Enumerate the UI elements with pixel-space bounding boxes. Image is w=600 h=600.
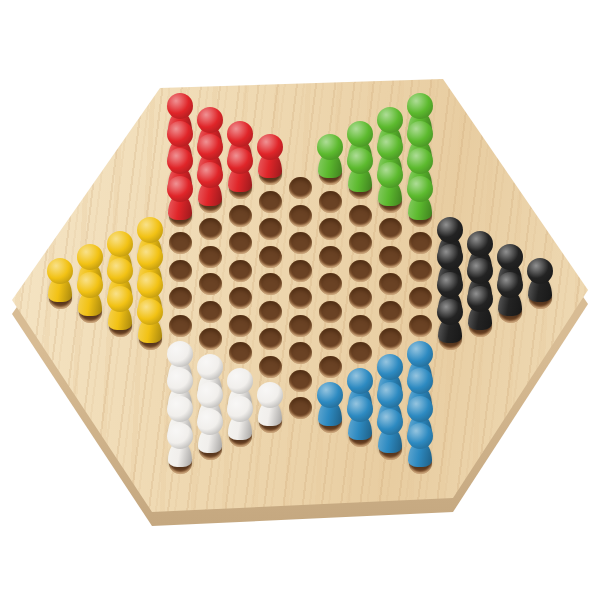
peg-white[interactable] (166, 423, 194, 467)
peg-head (467, 258, 493, 284)
peg-black[interactable] (466, 286, 494, 330)
peg-head (377, 162, 403, 188)
peg-head (197, 382, 223, 408)
hole[interactable] (349, 205, 372, 227)
peg-white[interactable] (196, 409, 224, 453)
peg-blue[interactable] (406, 423, 434, 467)
peg-head (467, 231, 493, 257)
peg-head (377, 354, 403, 380)
hole[interactable] (229, 205, 252, 227)
peg-head (437, 244, 463, 270)
peg-head (107, 258, 133, 284)
peg-head (377, 382, 403, 408)
peg-head (107, 231, 133, 257)
hole[interactable] (289, 232, 312, 254)
hole[interactable] (199, 246, 222, 268)
photo-canvas (0, 0, 600, 600)
peg-head (407, 368, 433, 394)
hole[interactable] (349, 260, 372, 282)
peg-head (47, 258, 73, 284)
hole[interactable] (289, 397, 312, 419)
peg-head (437, 299, 463, 325)
peg-head (407, 341, 433, 367)
peg-black[interactable] (526, 258, 554, 302)
peg-head (197, 134, 223, 160)
peg-head (137, 244, 163, 270)
peg-yellow[interactable] (136, 299, 164, 343)
peg-head (167, 396, 193, 422)
peg-head (257, 382, 283, 408)
peg-yellow[interactable] (76, 272, 104, 316)
hole[interactable] (319, 246, 342, 268)
peg-head (497, 272, 523, 298)
hole[interactable] (169, 232, 192, 254)
peg-head (77, 244, 103, 270)
hole[interactable] (259, 356, 282, 378)
hole[interactable] (229, 315, 252, 337)
peg-black[interactable] (436, 299, 464, 343)
hole[interactable] (409, 260, 432, 282)
peg-black[interactable] (496, 272, 524, 316)
peg-green[interactable] (406, 176, 434, 220)
hole[interactable] (289, 260, 312, 282)
peg-red[interactable] (166, 176, 194, 220)
peg-head (317, 382, 343, 408)
hole[interactable] (349, 232, 372, 254)
peg-red[interactable] (256, 134, 284, 178)
peg-head (77, 272, 103, 298)
peg-head (467, 286, 493, 312)
hole[interactable] (409, 315, 432, 337)
peg-blue[interactable] (346, 396, 374, 440)
hole[interactable] (319, 301, 342, 323)
hole[interactable] (349, 287, 372, 309)
peg-head (407, 121, 433, 147)
peg-head (347, 396, 373, 422)
hole[interactable] (379, 301, 402, 323)
peg-yellow[interactable] (46, 258, 74, 302)
peg-head (197, 162, 223, 188)
peg-head (227, 396, 253, 422)
peg-head (197, 107, 223, 133)
hole[interactable] (169, 260, 192, 282)
peg-head (137, 217, 163, 243)
peg-head (407, 148, 433, 174)
peg-red[interactable] (226, 148, 254, 192)
peg-head (257, 134, 283, 160)
hole[interactable] (289, 287, 312, 309)
peg-head (377, 134, 403, 160)
hole[interactable] (289, 177, 312, 199)
chinese-checkers-board (0, 0, 600, 600)
peg-green[interactable] (346, 148, 374, 192)
hole[interactable] (229, 342, 252, 364)
hole[interactable] (319, 356, 342, 378)
hole[interactable] (409, 232, 432, 254)
peg-head (527, 258, 553, 284)
peg-head (197, 409, 223, 435)
peg-red[interactable] (196, 162, 224, 206)
peg-head (437, 272, 463, 298)
peg-head (407, 423, 433, 449)
peg-head (227, 121, 253, 147)
peg-head (167, 341, 193, 367)
hole[interactable] (229, 232, 252, 254)
peg-head (167, 148, 193, 174)
hole[interactable] (259, 301, 282, 323)
peg-head (167, 423, 193, 449)
peg-yellow[interactable] (106, 286, 134, 330)
peg-head (407, 176, 433, 202)
hole[interactable] (259, 191, 282, 213)
hole[interactable] (409, 287, 432, 309)
hole[interactable] (349, 315, 372, 337)
peg-head (137, 272, 163, 298)
peg-head (407, 396, 433, 422)
peg-blue[interactable] (376, 409, 404, 453)
peg-head (377, 107, 403, 133)
peg-white[interactable] (226, 396, 254, 440)
hole[interactable] (319, 191, 342, 213)
peg-head (167, 121, 193, 147)
peg-head (137, 299, 163, 325)
peg-head (167, 176, 193, 202)
peg-head (347, 368, 373, 394)
peg-head (227, 368, 253, 394)
hole[interactable] (289, 370, 312, 392)
hole[interactable] (229, 260, 252, 282)
peg-head (377, 409, 403, 435)
hole[interactable] (259, 246, 282, 268)
hole[interactable] (199, 301, 222, 323)
peg-head (407, 93, 433, 119)
peg-head (347, 148, 373, 174)
peg-head (437, 217, 463, 243)
peg-head (167, 93, 193, 119)
hole[interactable] (229, 287, 252, 309)
peg-head (197, 354, 223, 380)
peg-green[interactable] (316, 134, 344, 178)
hole[interactable] (289, 342, 312, 364)
peg-head (497, 244, 523, 270)
peg-blue[interactable] (316, 382, 344, 426)
hole[interactable] (289, 315, 312, 337)
peg-head (347, 121, 373, 147)
hole[interactable] (349, 342, 372, 364)
hole[interactable] (379, 246, 402, 268)
peg-head (107, 286, 133, 312)
peg-head (317, 134, 343, 160)
peg-head (227, 148, 253, 174)
peg-head (167, 368, 193, 394)
hole[interactable] (169, 287, 192, 309)
peg-green[interactable] (376, 162, 404, 206)
hole[interactable] (289, 205, 312, 227)
peg-white[interactable] (256, 382, 284, 426)
hole[interactable] (169, 315, 192, 337)
